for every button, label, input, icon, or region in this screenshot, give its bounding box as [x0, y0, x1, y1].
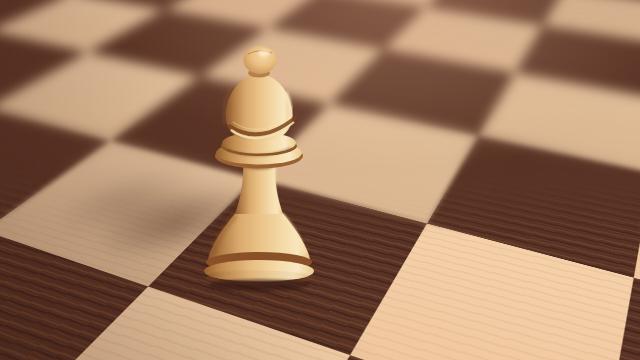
photo-frame — [0, 0, 640, 360]
chessboard-grid — [0, 0, 640, 360]
chessboard-farblur-layer — [0, 0, 640, 360]
